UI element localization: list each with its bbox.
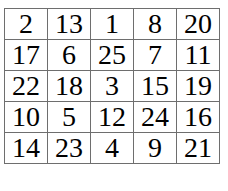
- grid-cell: 15: [134, 71, 177, 102]
- grid-cell: 1: [91, 9, 134, 40]
- grid-cell: 18: [48, 71, 91, 102]
- grid-cell: 11: [177, 40, 220, 71]
- grid-cell: 25: [91, 40, 134, 71]
- grid-cell: 16: [177, 102, 220, 133]
- grid-cell: 13: [48, 9, 91, 40]
- grid-cell: 6: [48, 40, 91, 71]
- grid-cell: 2: [5, 9, 48, 40]
- grid-cell: 22: [5, 71, 48, 102]
- number-grid: 2131820176257112218315191051224161423492…: [4, 8, 220, 164]
- grid-cell: 20: [177, 9, 220, 40]
- grid-cell: 14: [5, 133, 48, 164]
- grid-cell: 3: [91, 71, 134, 102]
- grid-cell: 24: [134, 102, 177, 133]
- grid-cell: 21: [177, 133, 220, 164]
- grid-cell: 4: [91, 133, 134, 164]
- grid-cell: 10: [5, 102, 48, 133]
- grid-cell: 5: [48, 102, 91, 133]
- grid-cell: 17: [5, 40, 48, 71]
- grid-cell: 12: [91, 102, 134, 133]
- grid-cell: 19: [177, 71, 220, 102]
- grid-cell: 8: [134, 9, 177, 40]
- grid-cell: 23: [48, 133, 91, 164]
- grid-cell: 9: [134, 133, 177, 164]
- page: 2131820176257112218315191051224161423492…: [0, 0, 228, 191]
- grid-cell: 7: [134, 40, 177, 71]
